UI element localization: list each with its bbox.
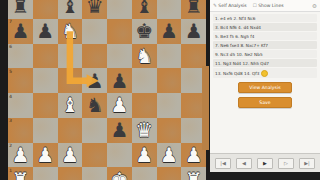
jump-end-button[interactable]: ▶| xyxy=(299,158,315,169)
square-d5[interactable]: ♟ xyxy=(82,68,107,93)
square-f8[interactable]: ♝ xyxy=(132,0,157,19)
step-back-button[interactable]: ◀ xyxy=(236,158,252,169)
square-c2[interactable]: ♟ xyxy=(58,143,83,168)
square-e8[interactable] xyxy=(107,0,132,19)
playback-controls: |◀◀▶▷▶| xyxy=(210,153,320,172)
move-row[interactable]: 9. Nc3 d5 10. Ne2 Nb5 xyxy=(213,50,317,58)
square-f4[interactable] xyxy=(132,93,157,118)
square-a1[interactable]: 1♜ xyxy=(8,167,33,180)
square-a7[interactable]: 7♟ xyxy=(8,19,33,44)
square-g2[interactable]: ♟ xyxy=(157,143,182,168)
rank-label-5: 5 xyxy=(9,69,12,74)
square-g8[interactable] xyxy=(157,0,182,19)
white-knight[interactable]: ♞ xyxy=(61,21,79,41)
rank-label-7: 7 xyxy=(9,19,12,24)
analysis-panel: ✎ Self Analysis ☐ Show Lines ⚙ 1. e4 e5 … xyxy=(210,0,320,172)
square-b8[interactable] xyxy=(33,0,58,19)
jump-start-button[interactable]: |◀ xyxy=(215,158,231,169)
black-pawn[interactable]: ♟ xyxy=(36,21,54,41)
square-d2[interactable] xyxy=(82,143,107,168)
square-d7[interactable] xyxy=(82,19,107,44)
square-f3[interactable]: ♛ xyxy=(132,118,157,143)
square-b5[interactable] xyxy=(33,68,58,93)
self-analysis-tab[interactable]: ✎ Self Analysis xyxy=(213,3,247,8)
white-knight[interactable]: ♞ xyxy=(135,46,153,66)
pencil-icon: ✎ xyxy=(213,3,217,8)
square-c1[interactable] xyxy=(58,167,83,180)
square-c4[interactable]: ♝ xyxy=(58,93,83,118)
save-button[interactable]: Save xyxy=(238,97,292,108)
square-h6[interactable] xyxy=(181,44,206,69)
square-b2[interactable]: ♟ xyxy=(33,143,58,168)
move-text: 7. Ne6 fxe3 8. Nxc7+ Kf7 xyxy=(215,43,268,48)
action-buttons: View Analysis Save xyxy=(210,82,320,108)
square-h1[interactable]: ♜ xyxy=(181,167,206,180)
view-analysis-button[interactable]: View Analysis xyxy=(238,82,292,93)
black-king[interactable]: ♚ xyxy=(135,21,153,41)
white-pawn[interactable]: ♟ xyxy=(11,145,29,165)
move-row[interactable]: 7. Ne6 fxe3 8. Nxc7+ Kf7 xyxy=(213,41,317,49)
move-text: 1. e4 e5 2. Nf3 Nc6 xyxy=(215,16,256,21)
square-a2[interactable]: 2♟ xyxy=(8,143,33,168)
rank-label-1: 1 xyxy=(9,168,12,173)
square-b4[interactable] xyxy=(33,93,58,118)
square-b6[interactable] xyxy=(33,44,58,69)
square-f7[interactable]: ♚ xyxy=(132,19,157,44)
white-pawn[interactable]: ♟ xyxy=(160,145,178,165)
move-text: 9. Nc3 d5 10. Ne2 Nb5 xyxy=(215,52,263,57)
square-e1[interactable]: ♚ xyxy=(107,167,132,180)
move-row[interactable]: 5. Be3 f5 6. Ng5 f4 xyxy=(213,32,317,40)
rank-label-4: 4 xyxy=(9,94,12,99)
white-pawn[interactable]: ♟ xyxy=(185,145,203,165)
board-panel-gap-strip xyxy=(202,66,209,150)
square-a5[interactable]: 5 xyxy=(8,68,33,93)
move-list: 1. e4 e5 2. Nf3 Nc63. Bc4 Nf6 4. d4 Nxd4… xyxy=(210,12,320,79)
move-row[interactable]: 13. Nxf6 Qd8 14. Qf3 xyxy=(213,68,317,78)
square-c7[interactable]: ♞ xyxy=(58,19,83,44)
square-g7[interactable]: ♟ xyxy=(157,19,182,44)
square-e5[interactable]: ♟ xyxy=(107,68,132,93)
step-forward-button[interactable]: ▷ xyxy=(278,158,294,169)
square-a3[interactable]: 3 xyxy=(8,118,33,143)
black-pawn[interactable]: ♟ xyxy=(11,21,29,41)
settings-gear-icon[interactable]: ⚙ xyxy=(312,3,317,9)
move-row[interactable]: 3. Bc4 Nf6 4. d4 Nxd4 xyxy=(213,23,317,31)
square-f1[interactable] xyxy=(132,167,157,180)
move-annotation-icon xyxy=(261,70,268,77)
black-pawn[interactable]: ♟ xyxy=(160,21,178,41)
black-pawn[interactable]: ♟ xyxy=(110,71,128,91)
black-pawn[interactable]: ♟ xyxy=(110,120,128,140)
black-rook[interactable]: ♜ xyxy=(185,0,203,16)
move-text: 11. Ng3 Nd4 12. Nh5 Qd7 xyxy=(215,61,269,66)
square-c5[interactable] xyxy=(58,68,83,93)
square-c3[interactable] xyxy=(58,118,83,143)
black-pawn[interactable]: ♟ xyxy=(185,21,203,41)
black-bishop[interactable]: ♝ xyxy=(61,0,79,16)
square-e3[interactable]: ♟ xyxy=(107,118,132,143)
rank-label-3: 3 xyxy=(9,118,12,123)
square-g1[interactable] xyxy=(157,167,182,180)
app-window: ♜♝♛♝♜7♟♟♞♚♟♟6♞5♟♟4♝♞♟3♟♛2♟♟♟♟♟♟1♜♚♜ ✎ Se… xyxy=(0,0,320,180)
square-d8[interactable]: ♛ xyxy=(82,0,107,19)
white-rook[interactable]: ♜ xyxy=(185,170,203,180)
white-rook[interactable]: ♜ xyxy=(11,170,29,180)
square-f5[interactable] xyxy=(132,68,157,93)
square-g4[interactable] xyxy=(157,93,182,118)
square-b3[interactable] xyxy=(33,118,58,143)
square-e2[interactable] xyxy=(107,143,132,168)
black-pawn[interactable]: ♟ xyxy=(86,71,104,91)
square-d6[interactable] xyxy=(82,44,107,69)
square-d4[interactable]: ♞ xyxy=(82,93,107,118)
square-g6[interactable] xyxy=(157,44,182,69)
rank-label-2: 2 xyxy=(9,143,12,148)
black-queen[interactable]: ♛ xyxy=(86,0,104,16)
black-knight[interactable]: ♞ xyxy=(86,95,104,115)
square-f2[interactable]: ♟ xyxy=(132,143,157,168)
square-g3[interactable] xyxy=(157,118,182,143)
square-e6[interactable] xyxy=(107,44,132,69)
panel-header: ✎ Self Analysis ☐ Show Lines ⚙ xyxy=(210,0,320,12)
square-a6[interactable]: 6 xyxy=(8,44,33,69)
white-king[interactable]: ♚ xyxy=(110,170,128,180)
square-d1[interactable] xyxy=(82,167,107,180)
show-lines-toggle[interactable]: ☐ Show Lines xyxy=(253,3,284,8)
square-e7[interactable] xyxy=(107,19,132,44)
move-text: 5. Be3 f5 6. Ng5 f4 xyxy=(215,34,255,39)
move-text: 3. Bc4 Nf6 4. d4 Nxd4 xyxy=(215,25,261,30)
black-rook[interactable]: ♜ xyxy=(11,0,29,16)
square-b7[interactable]: ♟ xyxy=(33,19,58,44)
white-pawn[interactable]: ♟ xyxy=(61,145,79,165)
square-h8[interactable]: ♜ xyxy=(181,0,206,19)
square-a4[interactable]: 4 xyxy=(8,93,33,118)
square-b1[interactable] xyxy=(33,167,58,180)
square-d3[interactable] xyxy=(82,118,107,143)
show-lines-label: Show Lines xyxy=(258,3,283,8)
square-e4[interactable]: ♟ xyxy=(107,93,132,118)
white-pawn[interactable]: ♟ xyxy=(135,145,153,165)
play-button[interactable]: ▶ xyxy=(257,158,273,169)
square-f6[interactable]: ♞ xyxy=(132,44,157,69)
move-text: 13. Nxf6 Qd8 14. Qf3 xyxy=(215,71,259,76)
self-analysis-label: Self Analysis xyxy=(218,3,246,8)
square-g5[interactable] xyxy=(157,68,182,93)
square-h7[interactable]: ♟ xyxy=(181,19,206,44)
black-bishop[interactable]: ♝ xyxy=(135,0,153,16)
square-c8[interactable]: ♝ xyxy=(58,0,83,19)
white-bishop[interactable]: ♝ xyxy=(61,95,79,115)
white-queen[interactable]: ♛ xyxy=(135,120,153,140)
square-c6[interactable] xyxy=(58,44,83,69)
move-row[interactable]: 1. e4 e5 2. Nf3 Nc6 xyxy=(213,14,317,22)
chess-board[interactable]: ♜♝♛♝♜7♟♟♞♚♟♟6♞5♟♟4♝♞♟3♟♛2♟♟♟♟♟♟1♜♚♜ xyxy=(8,0,206,180)
checkbox-icon: ☐ xyxy=(253,3,257,8)
move-row[interactable]: 11. Ng3 Nd4 12. Nh5 Qd7 xyxy=(213,59,317,67)
white-pawn[interactable]: ♟ xyxy=(36,145,54,165)
square-a8[interactable]: ♜ xyxy=(8,0,33,19)
white-pawn[interactable]: ♟ xyxy=(110,95,128,115)
rank-label-6: 6 xyxy=(9,44,12,49)
